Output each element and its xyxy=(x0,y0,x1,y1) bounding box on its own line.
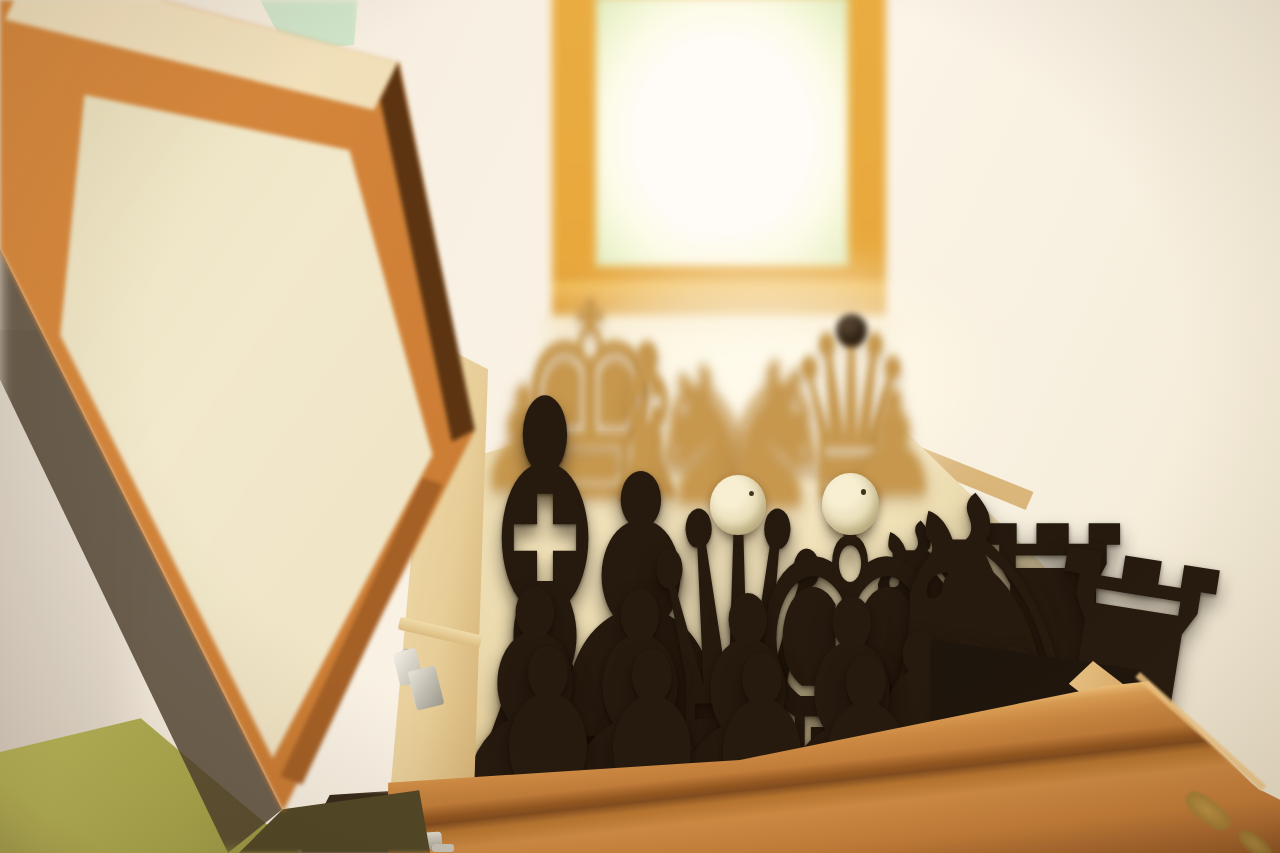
lid-inner-panel xyxy=(0,0,1280,853)
box-lid xyxy=(0,0,1280,853)
chess-box-photo: ♚♝♞♞♛♟♟♝♟♛♚♞♞♜♜♟♟♟♟♟♟♟♟♟♟♟ xyxy=(0,0,1280,853)
